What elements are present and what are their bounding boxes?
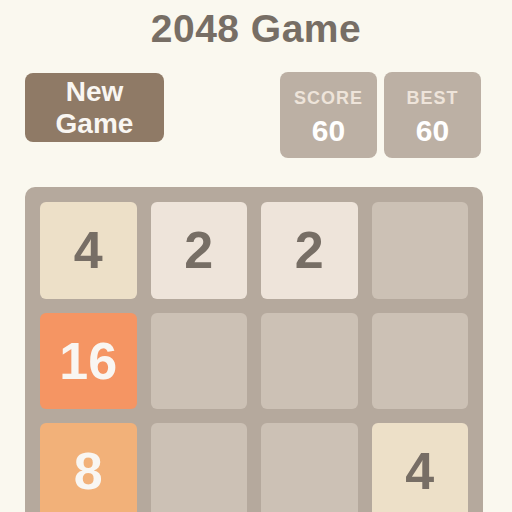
game-board[interactable]: 4221684 [25,187,483,512]
best-label: BEST [406,88,458,109]
new-game-button[interactable]: New Game [25,73,164,142]
tile-16: 16 [40,313,137,410]
empty-cell [151,313,248,410]
tile-2: 2 [261,202,358,299]
score-label: SCORE [294,88,363,109]
score-value: 60 [312,114,345,148]
empty-cell [372,313,469,410]
empty-cell [151,423,248,512]
empty-cell [261,313,358,410]
scoreboard: SCORE 60 BEST 60 [280,72,481,158]
page-title: 2048 Game [0,7,512,51]
empty-cell [372,202,469,299]
empty-cell [261,423,358,512]
score-box: SCORE 60 [280,72,377,158]
tile-4: 4 [40,202,137,299]
tile-2: 2 [151,202,248,299]
app-page: 2048 Game New Game SCORE 60 BEST 60 4221… [0,0,512,512]
tile-8: 8 [40,423,137,512]
tile-4: 4 [372,423,469,512]
best-value: 60 [416,114,449,148]
best-box: BEST 60 [384,72,481,158]
